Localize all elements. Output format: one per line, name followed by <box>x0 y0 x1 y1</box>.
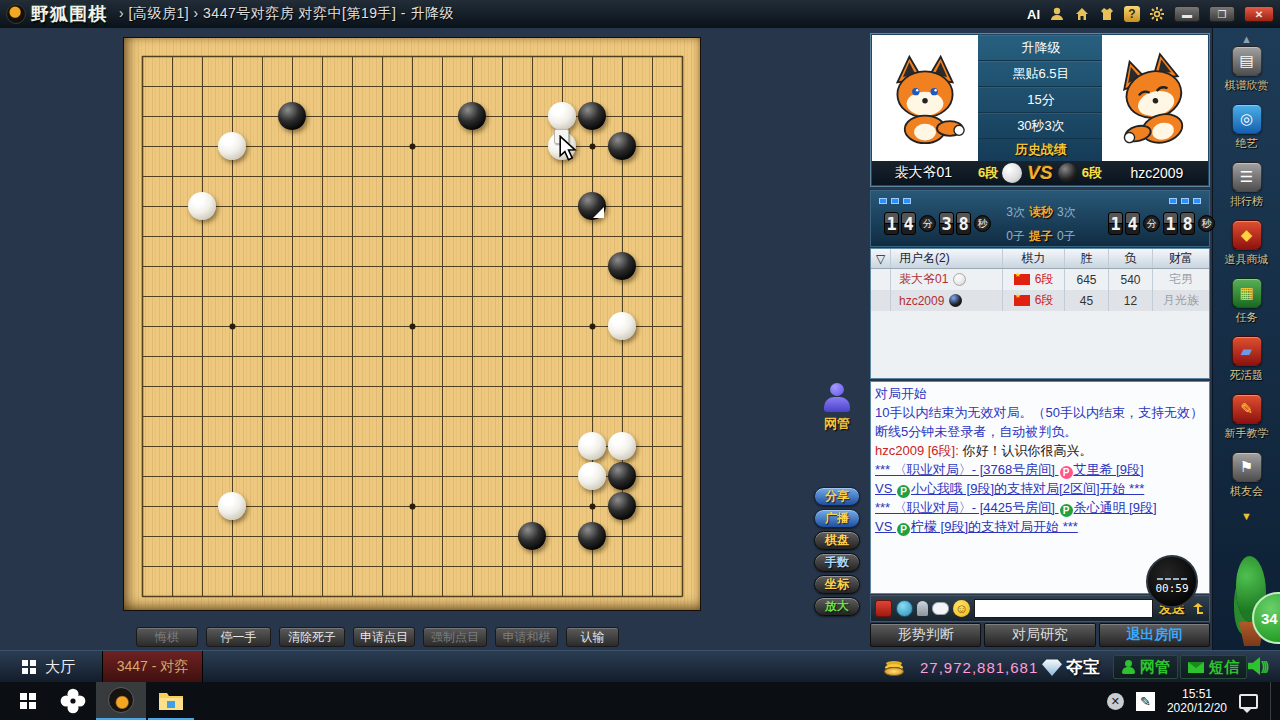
left-clock-digit: 3 <box>939 212 954 235</box>
wardrobe-icon[interactable] <box>1099 6 1115 22</box>
treasure-label: 夺宝 <box>1066 656 1100 679</box>
breadcrumb: › [高级房1] › 3447号对弈房 对弈中[第19手] - 升降级 <box>119 5 454 23</box>
minute-unit-badge: 分 <box>919 215 936 232</box>
stones-layer <box>127 41 697 611</box>
kifu-appreciation-icon: ▤ <box>1232 46 1262 76</box>
col-strength[interactable]: 棋力 <box>1003 249 1065 268</box>
sidebar-item-life-and-death[interactable]: ▰死活题 <box>1213 336 1280 383</box>
white-stone-icon <box>1002 163 1022 183</box>
leaderboard-icon: ☰ <box>1232 162 1262 192</box>
chat-text: 10手以内结束为无效对局。（50手以内结束，支持无效） <box>875 405 1203 420</box>
tasks-icon: ▦ <box>1232 278 1262 308</box>
settings-gear-icon[interactable] <box>1149 6 1165 22</box>
col-losses[interactable]: 负 <box>1109 249 1153 268</box>
coin-balance: 27,972,881,681 <box>884 651 1038 683</box>
pinwheel-icon <box>60 688 86 714</box>
right-clock-digit: 4 <box>1125 212 1140 235</box>
history-record-label[interactable]: 历史战绩 <box>978 141 1104 159</box>
force-count-button: 强制点目 <box>423 627 487 647</box>
stone-white-c14 <box>188 192 216 220</box>
windows-logo-icon <box>20 693 27 700</box>
chat-text[interactable]: VS <box>875 519 896 534</box>
sms-button[interactable]: 短信 <box>1180 655 1247 679</box>
room-user-table: ▽ 用户名(2) 棋力 胜 负 财富 裴大爷016段645540宅男hzc200… <box>870 248 1210 379</box>
taskbar-tray: ✕ ✎ 15:51 2020/12/20 <box>1107 682 1280 720</box>
folder-icon <box>158 689 184 711</box>
chat-text: 断线5分钟未登录者，自动被判负。 <box>875 424 1077 439</box>
right-clock-digit: 1 <box>1163 212 1178 235</box>
left-clock-digit: 1 <box>884 212 899 235</box>
stone-black-r12 <box>608 252 636 280</box>
windows-taskbar: ✕ ✎ 15:51 2020/12/20 <box>0 682 1280 720</box>
stone-white-d4 <box>218 492 246 520</box>
stone-white-r10 <box>608 312 636 340</box>
stone-black-r4 <box>608 492 636 520</box>
match-komi: 黑贴6.5目 <box>978 61 1104 87</box>
avatar-right <box>1102 35 1208 162</box>
stone-black-o3 <box>518 522 546 550</box>
user-losses: 540 <box>1109 269 1153 290</box>
left-clock-digit: 4 <box>901 212 916 235</box>
lobby-tab[interactable]: 大厅 <box>22 651 75 683</box>
pro-badge-icon: P <box>1060 466 1073 479</box>
captures-label: 提子 <box>1029 229 1053 243</box>
chat-line: *** 〈职业对局〉- [3768号房间] P艾里希 [9段] <box>875 460 1205 479</box>
sidebar-item-label: 排行榜 <box>1213 194 1280 209</box>
chat-text[interactable]: *** 〈职业对局〉- [4425号房间] <box>875 500 1059 515</box>
lobby-label: 大厅 <box>45 658 75 677</box>
stone-black-q14 <box>578 192 606 220</box>
stone-black-q17 <box>578 102 606 130</box>
clock-right: 14分18秒 <box>1108 212 1216 235</box>
chat-text: 对局开始 <box>875 386 927 401</box>
emoticon-icon[interactable]: ☺ <box>953 600 970 617</box>
help-icon[interactable]: ? <box>1124 6 1140 22</box>
sidebar-item-item-mall[interactable]: ◆道具商城 <box>1213 220 1280 267</box>
admin-label: 网管 <box>816 415 858 433</box>
chat-toolbar-icons: ☺ <box>875 600 970 617</box>
user-losses: 12 <box>1109 290 1153 311</box>
chat-line: 对局开始 <box>875 384 1205 403</box>
sidebar-item-beginner-teaching[interactable]: ✎新手教学 <box>1213 394 1280 441</box>
sidebar-item-jueyi-ai[interactable]: ◎绝艺 <box>1213 104 1280 151</box>
match-rule: 升降级 <box>978 35 1104 61</box>
speaker-icon <box>1248 657 1260 675</box>
jueyi-ai-icon: ◎ <box>1232 104 1262 134</box>
start-button[interactable] <box>6 682 50 720</box>
game-action-buttons: 悔棋停一手清除死子申请点目强制点目申请和棋认输 <box>136 627 619 647</box>
chat-input[interactable] <box>974 599 1153 618</box>
room-bottom-buttons: 形势判断对局研究退出房间 <box>870 623 1210 647</box>
sms-button-label: 短信 <box>1209 658 1239 677</box>
chat-text[interactable]: VS <box>875 481 896 496</box>
taskbar-app-foxgo-active[interactable] <box>96 682 146 720</box>
profile-icon[interactable] <box>1049 6 1065 22</box>
sound-toggle[interactable]: ))) <box>1248 657 1267 675</box>
broadcast-pill[interactable]: 广播 <box>814 509 860 528</box>
row-spacer <box>871 269 891 290</box>
envelope-icon <box>1188 662 1204 673</box>
voice-icon[interactable] <box>896 600 913 617</box>
red-packet-icon[interactable] <box>875 600 892 617</box>
fox-avatar-icon <box>879 45 971 153</box>
pass-button[interactable]: 停一手 <box>206 627 271 647</box>
item-mall-icon: ◆ <box>1232 220 1262 250</box>
taskbar-clock[interactable]: 15:51 2020/12/20 <box>1167 687 1227 715</box>
undo-button: 悔棋 <box>136 627 198 647</box>
vs-label: VS <box>1022 162 1059 184</box>
user-strength-cell: 6段 <box>1003 290 1065 311</box>
taskbar-time: 15:51 <box>1167 687 1227 701</box>
stone-black-r16 <box>608 132 636 160</box>
match-byoyomi: 30秒3次 <box>978 113 1104 139</box>
pro-badge-icon: P <box>897 523 910 536</box>
countdown-dashes <box>1157 578 1187 580</box>
player-info-panel: 升降级 黑贴6.5目 15分 30秒3次 历史战绩 <box>870 33 1210 187</box>
move-countdown-timer: 00:59 <box>1146 555 1198 608</box>
admin-contact-button[interactable]: 网管 <box>1113 655 1178 679</box>
microphone-icon[interactable] <box>917 601 928 616</box>
filter-icon[interactable]: ▽ <box>871 249 891 268</box>
black-stone-icon <box>949 294 962 307</box>
user-table-rows: 裴大爷016段645540宅男hzc20096段4512月光族 <box>871 269 1209 311</box>
user-strength-cell: 6段 <box>1003 269 1065 290</box>
user-table-header[interactable]: ▽ 用户名(2) 棋力 胜 负 财富 <box>871 249 1209 269</box>
sidebar-item-label: 绝艺 <box>1213 136 1280 151</box>
china-flag-icon <box>1014 295 1030 306</box>
row-spacer <box>871 290 891 311</box>
sidebar-item-label: 棋友会 <box>1213 484 1280 499</box>
black-stone-icon <box>1058 163 1078 183</box>
stone-white-r6 <box>608 432 636 460</box>
sidebar-item-label: 道具商城 <box>1213 252 1280 267</box>
admin-person-icon <box>822 383 852 413</box>
pro-badge-icon: P <box>1060 504 1073 517</box>
foxgo-app-icon <box>108 687 134 713</box>
chat-text[interactable]: 杀心通明 [9段] <box>1074 500 1157 515</box>
resign-button[interactable]: 认输 <box>566 627 619 647</box>
input-method-icon[interactable]: ✎ <box>1136 692 1155 711</box>
coordinates-pill[interactable]: 坐标 <box>814 575 860 594</box>
user-wealth: 月光族 <box>1153 290 1209 311</box>
clear-dead-button[interactable]: 清除死子 <box>279 627 345 647</box>
green-person-icon <box>1121 660 1135 674</box>
clock-panel: 14分38秒 14分18秒 3次读秒3次 0子提子0子 <box>870 190 1210 247</box>
action-center-icon[interactable] <box>1239 694 1258 709</box>
show-desktop-button[interactable] <box>1270 682 1276 720</box>
chat-text[interactable]: 柠檬 [9段]的支持对局开始 *** <box>911 519 1078 534</box>
stone-black-f17 <box>278 102 306 130</box>
players-name-bar: 裴大爷01 6段 VS 6段 hzc2009 <box>872 161 1208 185</box>
chat-line: hzc2009 [6段]: 你好！认识你很高兴。 <box>875 441 1205 460</box>
admin-call[interactable]: 网管 <box>816 383 858 433</box>
player-right-name: hzc2009 <box>1106 165 1208 181</box>
board-pill[interactable]: 棋盘 <box>814 531 860 550</box>
stone-black-r5 <box>608 462 636 490</box>
chat-line: *** 〈职业对局〉- [4425号房间] P杀心通明 [9段] <box>875 498 1205 517</box>
bottom-bar: 大厅 3447 - 对弈 27,972,881,681 夺宝 网管 短信 ))) <box>0 650 1280 682</box>
right-clock-digit: 8 <box>1180 212 1195 235</box>
byo-count-left: 3次 <box>1006 205 1025 219</box>
clock-left: 14分38秒 <box>884 212 992 235</box>
avatar-left <box>872 35 978 162</box>
close-button[interactable]: ✕ <box>1244 6 1274 22</box>
room-tab[interactable]: 3447 - 对弈 <box>102 651 203 683</box>
speaker-waves: ))) <box>1261 659 1267 673</box>
user-wins: 45 <box>1065 290 1109 311</box>
user-row[interactable]: hzc20096段4512月光族 <box>871 290 1209 311</box>
coins-icon <box>884 667 904 676</box>
ai-button[interactable]: AI <box>1027 7 1040 22</box>
share-pill[interactable]: 分享 <box>814 487 860 506</box>
chat-text[interactable]: 艾里希 [9段] <box>1074 462 1144 477</box>
user-wins: 645 <box>1065 269 1109 290</box>
match-info: 升降级 黑贴6.5目 15分 30秒3次 历史战绩 <box>978 35 1104 162</box>
user-name: hzc2009 <box>899 294 944 308</box>
stone-white-d16 <box>218 132 246 160</box>
coin-amount: 27,972,881,681 <box>920 659 1038 676</box>
byoyomi-indicator-right <box>1169 198 1201 204</box>
chat-text[interactable]: 小心我哦 [9段]的支持对局[2区间]开始 *** <box>911 481 1144 496</box>
offer-draw-button: 申请和棋 <box>495 627 558 647</box>
home-icon[interactable] <box>1074 6 1090 22</box>
chat-line: VS P小心我哦 [9段]的支持对局[2区间]开始 *** <box>875 479 1205 498</box>
fox-go-client-window: 野狐围棋 › [高级房1] › 3447号对弈房 对弈中[第19手] - 升降级… <box>0 0 1280 720</box>
situation-judge-button[interactable]: 形势判断 <box>870 623 981 647</box>
user-wealth: 宅男 <box>1153 269 1209 290</box>
admin-button-label: 网管 <box>1140 658 1170 677</box>
chat-bubble-icon[interactable] <box>932 602 949 615</box>
title-bar: 野狐围棋 › [高级房1] › 3447号对弈房 对弈中[第19手] - 升降级… <box>0 0 1280 28</box>
go-friends-club-icon: ⚑ <box>1232 452 1262 482</box>
stone-white-p17 <box>548 102 576 130</box>
title-bar-actions: AI ? ▬ ❐ ✕ <box>1027 6 1280 22</box>
game-research-button[interactable]: 对局研究 <box>984 623 1095 647</box>
pro-badge-icon: P <box>897 485 910 498</box>
china-flag-icon <box>1014 274 1030 285</box>
right-clock-digit: 1 <box>1108 212 1123 235</box>
second-unit-badge: 秒 <box>1198 215 1215 232</box>
sidebar-item-label: 任务 <box>1213 310 1280 325</box>
countdown-time: 00:59 <box>1148 582 1196 595</box>
sidebar-item-go-friends-club[interactable]: ⚑棋友会 <box>1213 452 1280 499</box>
sidebar-item-label: 棋谱欣赏 <box>1213 78 1280 93</box>
chat-line: 10手以内结束为无效对局。（50手以内结束，支持无效） <box>875 403 1205 422</box>
player-left-rank: 6段 <box>974 164 1001 182</box>
stone-white-q5 <box>578 462 606 490</box>
zoom-in-pill[interactable]: 放大 <box>814 597 860 616</box>
beginner-teaching-icon: ✎ <box>1232 394 1262 424</box>
move-numbers-pill[interactable]: 手数 <box>814 553 860 572</box>
col-wins[interactable]: 胜 <box>1065 249 1109 268</box>
request-count-button[interactable]: 申请点目 <box>353 627 415 647</box>
taskbar-app-file-explorer[interactable] <box>148 682 194 720</box>
life-and-death-icon: ▰ <box>1232 336 1262 366</box>
lobby-grid-icon <box>22 660 28 666</box>
sidebar-items: ▤棋谱欣赏◎绝艺☰排行榜◆道具商城▦任务▰死活题✎新手教学⚑棋友会 <box>1213 46 1280 499</box>
col-username[interactable]: 用户名(2) <box>891 249 1003 268</box>
sidebar-scroll-down-icon[interactable]: ▼ <box>1213 510 1280 524</box>
exit-room-button[interactable]: 退出房间 <box>1099 623 1210 647</box>
stone-black-m17 <box>458 102 486 130</box>
cursor-arrow-icon <box>558 135 578 161</box>
byoyomi-indicator-left <box>879 198 911 204</box>
stone-white-q6 <box>578 432 606 460</box>
user-name: 裴大爷01 <box>899 271 948 288</box>
sidebar-item-tasks[interactable]: ▦任务 <box>1213 278 1280 325</box>
sidebar-item-label: 新手教学 <box>1213 426 1280 441</box>
col-wealth[interactable]: 财富 <box>1153 249 1209 268</box>
captures-left: 0子 <box>1006 229 1025 243</box>
taskbar-date: 2020/12/20 <box>1167 701 1227 715</box>
byo-count-right: 3次 <box>1057 205 1076 219</box>
user-row[interactable]: 裴大爷016段645540宅男 <box>871 269 1209 290</box>
user-name-cell: 裴大爷01 <box>891 269 1003 290</box>
byoyomi-label: 读秒 <box>1029 205 1053 219</box>
chat-line: VS P柠檬 [9段]的支持对局开始 *** <box>875 517 1205 536</box>
diamond-icon <box>1042 658 1062 676</box>
user-rank: 6段 <box>1035 292 1054 309</box>
clock-center-info: 3次读秒3次 0子提子0子 <box>986 204 1096 245</box>
minute-unit-badge: 分 <box>1143 215 1160 232</box>
last-move-marker <box>593 207 604 218</box>
sidebar-item-label: 死活题 <box>1213 368 1280 383</box>
chat-line: 断线5分钟未登录者，自动被判负。 <box>875 422 1205 441</box>
taskbar-app-pinwheel[interactable] <box>50 682 96 720</box>
player-right-rank: 6段 <box>1078 164 1105 182</box>
chat-text: hzc2009 [6段]: <box>875 443 959 458</box>
stone-black-q3 <box>578 522 606 550</box>
go-board[interactable] <box>123 37 701 611</box>
white-stone-icon <box>953 273 966 286</box>
chat-text: 你好！认识你很高兴。 <box>959 443 1093 458</box>
tray-close-icon[interactable]: ✕ <box>1107 693 1124 710</box>
captures-right: 0子 <box>1057 229 1076 243</box>
board-tool-pills: 分享广播棋盘手数坐标放大 <box>814 487 860 619</box>
player-left-name: 裴大爷01 <box>872 164 974 182</box>
send-arrow-icon[interactable] <box>1191 602 1205 616</box>
sidebar-scroll-up-icon[interactable]: ▲ <box>1213 28 1280 46</box>
user-name-cell: hzc2009 <box>891 290 1003 311</box>
fox-avatar-icon <box>1102 35 1208 162</box>
restore-button[interactable]: ❐ <box>1209 6 1235 22</box>
user-rank: 6段 <box>1035 271 1054 288</box>
match-main-time: 15分 <box>978 87 1104 113</box>
sidebar-item-kifu-appreciation[interactable]: ▤棋谱欣赏 <box>1213 46 1280 93</box>
app-logo-icon <box>6 4 26 24</box>
treasure-hunt-button[interactable]: 夺宝 <box>1042 651 1100 683</box>
sidebar-item-leaderboard[interactable]: ☰排行榜 <box>1213 162 1280 209</box>
app-logo-text: 野狐围棋 <box>31 2 107 26</box>
left-clock-digit: 8 <box>956 212 971 235</box>
chat-text[interactable]: *** 〈职业对局〉- [3768号房间] <box>875 462 1059 477</box>
minimize-button[interactable]: ▬ <box>1174 6 1200 22</box>
